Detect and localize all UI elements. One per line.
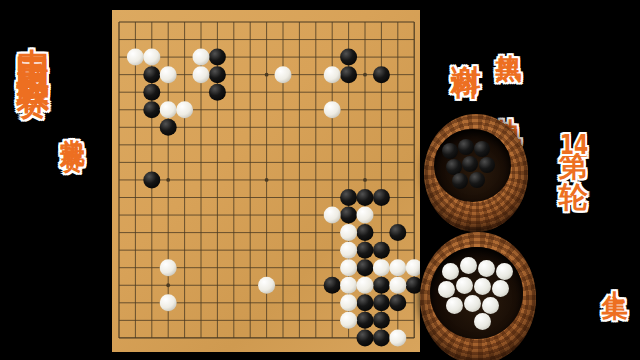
player-white-name: 柯洁 (448, 106, 489, 114)
black-stone (209, 49, 226, 66)
bowl-white-stone (492, 280, 509, 297)
bowl-white-stone (474, 313, 491, 330)
round-suffix: 轮 (557, 158, 591, 162)
white-stone (340, 312, 357, 329)
bowl-white-stone (442, 263, 459, 280)
white-stone (340, 277, 357, 294)
bowl-white-stone (478, 260, 495, 277)
bowl-black-stone (458, 139, 474, 155)
white-stone (373, 259, 390, 276)
black-stone (406, 277, 420, 294)
bowl-black-stone (452, 173, 468, 189)
star-point (166, 283, 170, 287)
black-stone (340, 66, 357, 83)
black-stone-bowl-opening (434, 129, 511, 202)
white-stone (324, 101, 341, 118)
black-stone (340, 49, 357, 66)
white-stone (340, 224, 357, 241)
black-stone (340, 189, 357, 206)
white-stone (340, 242, 357, 259)
black-stone (324, 277, 341, 294)
white-stone (324, 207, 341, 224)
bowl-black-stone (469, 172, 485, 188)
black-stone (357, 242, 374, 259)
white-stone (389, 259, 406, 276)
white-stone (258, 277, 275, 294)
black-stone (143, 171, 160, 188)
episode-label: 上集 (598, 270, 633, 278)
white-stone (340, 259, 357, 276)
white-stone (357, 207, 374, 224)
black-stone (143, 101, 160, 118)
black-stone (389, 224, 406, 241)
black-stone (373, 66, 390, 83)
black-stone (357, 224, 374, 241)
broadcast-frame: 中国围棋甲级联赛 常规赛 谢科 执黑 柯洁 执白 第14轮 上集 (0, 0, 640, 360)
white-stone (324, 66, 341, 83)
black-stone (373, 277, 390, 294)
player-black-name: 谢科 (445, 42, 486, 50)
white-stone (160, 259, 177, 276)
black-stone (373, 294, 390, 311)
black-stone (357, 259, 374, 276)
white-stone (160, 101, 177, 118)
black-stone (209, 66, 226, 83)
white-stone-bowl-opening (430, 247, 523, 339)
black-stone-bowl (424, 114, 528, 232)
star-point (265, 178, 269, 182)
white-stone-bowl (420, 232, 536, 360)
player-white-color-label: 执白 (492, 98, 527, 106)
white-stone (160, 66, 177, 83)
white-stone (127, 49, 144, 66)
black-stone (373, 329, 390, 346)
bowl-white-stone (446, 297, 463, 314)
white-stone (143, 49, 160, 66)
round-label: 第14轮 (554, 128, 594, 162)
league-title: 中国围棋甲级联赛 (10, 22, 55, 62)
star-point (363, 73, 367, 77)
white-stone (357, 277, 374, 294)
black-stone (357, 189, 374, 206)
black-stone (357, 312, 374, 329)
bowl-white-stone (460, 257, 477, 274)
go-board[interactable] (112, 10, 420, 352)
bowl-white-stone (482, 297, 499, 314)
white-stone (176, 101, 193, 118)
bowl-white-stone (496, 263, 513, 280)
star-point (265, 73, 269, 77)
black-stone (357, 329, 374, 346)
bowl-white-stone (438, 281, 455, 298)
go-board-svg[interactable] (112, 10, 420, 352)
black-stone (143, 84, 160, 101)
black-stone (340, 207, 357, 224)
bowl-white-stone (474, 278, 491, 295)
white-stone (160, 294, 177, 311)
white-stone (275, 66, 292, 83)
white-stone (389, 329, 406, 346)
black-stone (373, 189, 390, 206)
bowl-black-stone (442, 143, 458, 159)
black-stone (389, 294, 406, 311)
star-point (166, 178, 170, 182)
black-stone (373, 312, 390, 329)
black-stone (357, 294, 374, 311)
white-stone (193, 49, 210, 66)
bowl-black-stone (474, 141, 490, 157)
white-stone (389, 277, 406, 294)
star-point (363, 178, 367, 182)
black-stone (373, 242, 390, 259)
white-stone (193, 66, 210, 83)
season-subtitle: 常规赛 (56, 118, 89, 130)
black-stone (209, 84, 226, 101)
bowl-black-stone (462, 156, 478, 172)
bowl-black-stone (479, 157, 495, 173)
black-stone (160, 119, 177, 136)
black-stone (143, 66, 160, 83)
bowl-white-stone (456, 277, 473, 294)
player-black-color-label: 执黑 (492, 34, 527, 42)
white-stone (406, 259, 420, 276)
round-number: 14 (559, 132, 589, 158)
white-stone (340, 294, 357, 311)
bowl-white-stone (464, 295, 481, 312)
